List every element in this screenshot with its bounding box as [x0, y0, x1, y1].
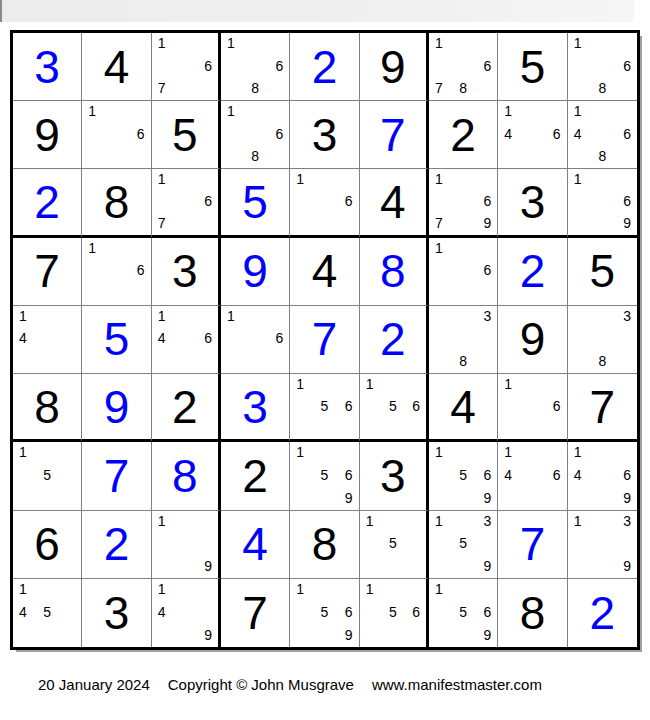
candidate-8: 8	[459, 81, 467, 95]
cell-r1c2[interactable]: 4	[82, 33, 151, 101]
cell-r1c4[interactable]: 168	[221, 33, 290, 101]
cell-r7c5[interactable]: 1569	[290, 442, 359, 510]
candidate-7: 7	[435, 216, 443, 230]
cell-r8c6[interactable]: 15	[360, 511, 429, 579]
digit: 3	[242, 384, 268, 430]
candidate-4: 4	[158, 331, 166, 345]
candidate-1: 1	[158, 309, 166, 323]
candidate-9: 9	[345, 628, 353, 642]
cell-r8c7[interactable]: 1359	[429, 511, 498, 579]
candidate-6: 6	[623, 194, 631, 208]
candidate-1: 1	[504, 377, 512, 391]
cell-r6c4[interactable]: 3	[221, 374, 290, 442]
candidate-1: 1	[366, 514, 374, 528]
footer-website: www.manifestmaster.com	[372, 676, 542, 693]
candidate-6: 6	[484, 194, 492, 208]
candidate-5: 5	[321, 399, 329, 413]
cell-r3c4[interactable]: 5	[221, 169, 290, 237]
cell-r2c8[interactable]: 146	[498, 101, 567, 169]
cell-r4c5[interactable]: 4	[290, 238, 359, 306]
cell-r6c8[interactable]: 16	[498, 374, 567, 442]
candidate-9: 9	[484, 491, 492, 505]
candidate-1: 1	[19, 445, 27, 459]
candidate-9: 9	[623, 559, 631, 573]
candidate-6: 6	[553, 468, 561, 482]
cell-r5c5[interactable]: 7	[290, 306, 359, 374]
cell-r6c6[interactable]: 156	[360, 374, 429, 442]
cell-r8c3[interactable]: 19	[152, 511, 221, 579]
digit: 4	[312, 248, 338, 294]
digit: 3	[520, 179, 546, 225]
cell-r9c5[interactable]: 1569	[290, 579, 359, 647]
cell-r9c3[interactable]: 149	[152, 579, 221, 647]
candidate-9: 9	[345, 491, 353, 505]
digit: 8	[104, 179, 130, 225]
digit: 9	[380, 44, 406, 90]
candidate-5: 5	[389, 605, 397, 619]
candidate-5: 5	[43, 468, 51, 482]
digit: 2	[450, 112, 476, 158]
cell-r9c9[interactable]: 2	[568, 579, 637, 647]
candidate-5: 5	[43, 605, 51, 619]
cell-r8c1[interactable]: 6	[13, 511, 82, 579]
cell-r2c9[interactable]: 1468	[568, 101, 637, 169]
candidate-6: 6	[345, 468, 353, 482]
candidate-4: 4	[158, 605, 166, 619]
digit: 3	[380, 453, 406, 499]
candidate-1: 1	[574, 172, 582, 186]
cell-r5c6[interactable]: 2	[360, 306, 429, 374]
sudoku-board: 3416716829167851689165168372146146828167…	[10, 30, 640, 650]
cell-r9c4[interactable]: 7	[221, 579, 290, 647]
cell-r6c3[interactable]: 2	[152, 374, 221, 442]
cell-r7c1[interactable]: 15	[13, 442, 82, 510]
candidate-8: 8	[459, 354, 467, 368]
candidate-9: 9	[484, 216, 492, 230]
digit: 9	[242, 248, 268, 294]
candidate-1: 1	[366, 377, 374, 391]
candidate-6: 6	[345, 605, 353, 619]
cell-r7c6[interactable]: 3	[360, 442, 429, 510]
cell-r8c9[interactable]: 139	[568, 511, 637, 579]
digit: 4	[104, 44, 130, 90]
cell-r4c7[interactable]: 16	[429, 238, 498, 306]
digit: 9	[34, 112, 60, 158]
cell-r6c2[interactable]: 9	[82, 374, 151, 442]
cell-r9c6[interactable]: 156	[360, 579, 429, 647]
digit: 7	[590, 384, 616, 430]
candidate-1: 1	[574, 514, 582, 528]
candidate-1: 1	[435, 582, 443, 596]
digit: 5	[104, 316, 130, 362]
cell-r2c3[interactable]: 5	[152, 101, 221, 169]
cell-r3c5[interactable]: 16	[290, 169, 359, 237]
cell-r1c9[interactable]: 168	[568, 33, 637, 101]
cell-r2c6[interactable]: 7	[360, 101, 429, 169]
candidate-6: 6	[276, 59, 284, 73]
digit: 8	[172, 453, 198, 499]
digit: 4	[380, 179, 406, 225]
cell-r4c3[interactable]: 3	[152, 238, 221, 306]
candidate-6: 6	[137, 263, 145, 277]
candidate-5: 5	[459, 536, 467, 550]
candidate-6: 6	[204, 194, 212, 208]
candidate-6: 6	[276, 331, 284, 345]
cell-r2c4[interactable]: 168	[221, 101, 290, 169]
cell-r6c9[interactable]: 7	[568, 374, 637, 442]
candidate-6: 6	[412, 605, 420, 619]
cell-r6c1[interactable]: 8	[13, 374, 82, 442]
cell-r4c2[interactable]: 16	[82, 238, 151, 306]
candidate-8: 8	[598, 81, 606, 95]
cell-r5c1[interactable]: 14	[13, 306, 82, 374]
cell-r5c4[interactable]: 16	[221, 306, 290, 374]
cell-r3c9[interactable]: 169	[568, 169, 637, 237]
cell-r1c7[interactable]: 1678	[429, 33, 498, 101]
candidate-1: 1	[435, 445, 443, 459]
cell-r2c1[interactable]: 9	[13, 101, 82, 169]
candidate-6: 6	[204, 331, 212, 345]
digit: 5	[172, 112, 198, 158]
cell-r5c2[interactable]: 5	[82, 306, 151, 374]
digit: 4	[242, 521, 268, 567]
cell-r5c7[interactable]: 38	[429, 306, 498, 374]
cell-r8c2[interactable]: 2	[82, 511, 151, 579]
candidate-1: 1	[88, 241, 96, 255]
candidate-8: 8	[251, 81, 259, 95]
cell-r9c7[interactable]: 1569	[429, 579, 498, 647]
candidate-1: 1	[227, 309, 235, 323]
candidate-7: 7	[435, 81, 443, 95]
candidate-6: 6	[623, 127, 631, 141]
digit: 7	[34, 248, 60, 294]
candidate-1: 1	[158, 172, 166, 186]
top-scrollbar-track[interactable]	[0, 0, 634, 22]
candidate-1: 1	[19, 582, 27, 596]
cell-r3c2[interactable]: 8	[82, 169, 151, 237]
candidate-6: 6	[484, 263, 492, 277]
candidate-1: 1	[19, 309, 27, 323]
cell-r3c6[interactable]: 4	[360, 169, 429, 237]
candidate-9: 9	[484, 628, 492, 642]
candidate-8: 8	[598, 354, 606, 368]
candidate-7: 7	[158, 81, 166, 95]
digit: 3	[172, 248, 198, 294]
candidate-4: 4	[504, 468, 512, 482]
cell-r9c8[interactable]: 8	[498, 579, 567, 647]
candidate-1: 1	[435, 36, 443, 50]
candidate-5: 5	[389, 399, 397, 413]
cell-r3c8[interactable]: 3	[498, 169, 567, 237]
candidate-3: 3	[623, 309, 631, 323]
candidate-5: 5	[459, 468, 467, 482]
cell-r1c8[interactable]: 5	[498, 33, 567, 101]
digit: 2	[520, 248, 546, 294]
candidate-1: 1	[504, 104, 512, 118]
candidate-3: 3	[484, 309, 492, 323]
cell-r5c3[interactable]: 146	[152, 306, 221, 374]
candidate-4: 4	[574, 127, 582, 141]
digit: 8	[520, 590, 546, 636]
candidate-7: 7	[158, 216, 166, 230]
cell-r7c3[interactable]: 8	[152, 442, 221, 510]
digit: 9	[104, 384, 130, 430]
candidate-1: 1	[227, 104, 235, 118]
cell-r1c6[interactable]: 9	[360, 33, 429, 101]
digit: 2	[312, 44, 338, 90]
cell-r8c4[interactable]: 4	[221, 511, 290, 579]
candidate-5: 5	[389, 536, 397, 550]
candidate-1: 1	[504, 445, 512, 459]
digit: 2	[590, 590, 616, 636]
digit: 8	[34, 384, 60, 430]
digit: 8	[312, 521, 338, 567]
digit: 2	[34, 179, 60, 225]
footer-copyright: Copyright © John Musgrave	[168, 676, 354, 693]
candidate-6: 6	[484, 605, 492, 619]
candidate-1: 1	[296, 377, 304, 391]
candidate-1: 1	[435, 241, 443, 255]
cell-r3c7[interactable]: 1679	[429, 169, 498, 237]
candidate-9: 9	[484, 559, 492, 573]
digit: 7	[380, 112, 406, 158]
footer-date: 20 January 2024	[38, 676, 150, 693]
candidate-1: 1	[158, 582, 166, 596]
cell-r4c9[interactable]: 5	[568, 238, 637, 306]
candidate-1: 1	[296, 445, 304, 459]
candidate-6: 6	[623, 468, 631, 482]
cell-r2c7[interactable]: 2	[429, 101, 498, 169]
cell-r4c1[interactable]: 7	[13, 238, 82, 306]
candidate-6: 6	[345, 194, 353, 208]
cell-r2c5[interactable]: 3	[290, 101, 359, 169]
digit: 2	[242, 453, 268, 499]
cell-r1c1[interactable]: 3	[13, 33, 82, 101]
digit: 7	[520, 521, 546, 567]
cell-r1c5[interactable]: 2	[290, 33, 359, 101]
candidate-1: 1	[158, 514, 166, 528]
footer: 20 January 2024 Copyright © John Musgrav…	[38, 675, 638, 693]
candidate-5: 5	[459, 605, 467, 619]
cell-r4c6[interactable]: 8	[360, 238, 429, 306]
candidate-6: 6	[345, 399, 353, 413]
digit: 9	[520, 316, 546, 362]
cell-r9c1[interactable]: 145	[13, 579, 82, 647]
candidate-3: 3	[623, 514, 631, 528]
digit: 3	[104, 590, 130, 636]
digit: 7	[104, 453, 130, 499]
digit: 4	[450, 384, 476, 430]
candidate-1: 1	[227, 36, 235, 50]
candidate-1: 1	[574, 445, 582, 459]
candidate-6: 6	[553, 399, 561, 413]
cell-r6c7[interactable]: 4	[429, 374, 498, 442]
candidate-6: 6	[412, 399, 420, 413]
digit: 5	[242, 179, 268, 225]
candidate-8: 8	[598, 149, 606, 163]
candidate-6: 6	[623, 59, 631, 73]
candidate-1: 1	[574, 36, 582, 50]
candidate-5: 5	[321, 605, 329, 619]
candidate-6: 6	[276, 127, 284, 141]
candidate-6: 6	[484, 59, 492, 73]
digit: 8	[380, 248, 406, 294]
cell-r7c8[interactable]: 146	[498, 442, 567, 510]
candidate-3: 3	[484, 514, 492, 528]
cell-r3c1[interactable]: 2	[13, 169, 82, 237]
candidate-9: 9	[623, 491, 631, 505]
candidate-1: 1	[574, 104, 582, 118]
candidate-6: 6	[553, 127, 561, 141]
cell-r7c2[interactable]: 7	[82, 442, 151, 510]
cell-r4c4[interactable]: 9	[221, 238, 290, 306]
digit: 6	[34, 521, 60, 567]
candidate-5: 5	[321, 468, 329, 482]
digit: 2	[172, 384, 198, 430]
candidate-6: 6	[204, 59, 212, 73]
candidate-9: 9	[623, 216, 631, 230]
cell-r8c5[interactable]: 8	[290, 511, 359, 579]
candidate-1: 1	[435, 172, 443, 186]
cell-r7c9[interactable]: 1469	[568, 442, 637, 510]
cell-r6c5[interactable]: 156	[290, 374, 359, 442]
digit: 5	[590, 248, 616, 294]
candidate-1: 1	[366, 582, 374, 596]
candidate-6: 6	[484, 468, 492, 482]
cell-r3c3[interactable]: 167	[152, 169, 221, 237]
cell-r7c4[interactable]: 2	[221, 442, 290, 510]
candidate-1: 1	[296, 172, 304, 186]
candidate-4: 4	[19, 331, 27, 345]
cell-r7c7[interactable]: 1569	[429, 442, 498, 510]
cell-r1c3[interactable]: 167	[152, 33, 221, 101]
cell-r9c2[interactable]: 3	[82, 579, 151, 647]
candidate-6: 6	[137, 127, 145, 141]
candidate-4: 4	[19, 605, 27, 619]
cell-r8c8[interactable]: 7	[498, 511, 567, 579]
candidate-1: 1	[158, 36, 166, 50]
digit: 2	[104, 521, 130, 567]
digit: 3	[34, 44, 60, 90]
candidate-4: 4	[504, 127, 512, 141]
digit: 7	[242, 590, 268, 636]
candidate-9: 9	[204, 559, 212, 573]
candidate-1: 1	[88, 104, 96, 118]
candidate-9: 9	[204, 628, 212, 642]
cell-r5c9[interactable]: 38	[568, 306, 637, 374]
candidate-1: 1	[435, 514, 443, 528]
cell-r2c2[interactable]: 16	[82, 101, 151, 169]
candidate-8: 8	[251, 149, 259, 163]
digit: 5	[520, 44, 546, 90]
digit: 2	[380, 316, 406, 362]
cell-r4c8[interactable]: 2	[498, 238, 567, 306]
candidate-4: 4	[574, 468, 582, 482]
cell-r5c8[interactable]: 9	[498, 306, 567, 374]
digit: 7	[312, 316, 338, 362]
digit: 3	[312, 112, 338, 158]
candidate-1: 1	[296, 582, 304, 596]
